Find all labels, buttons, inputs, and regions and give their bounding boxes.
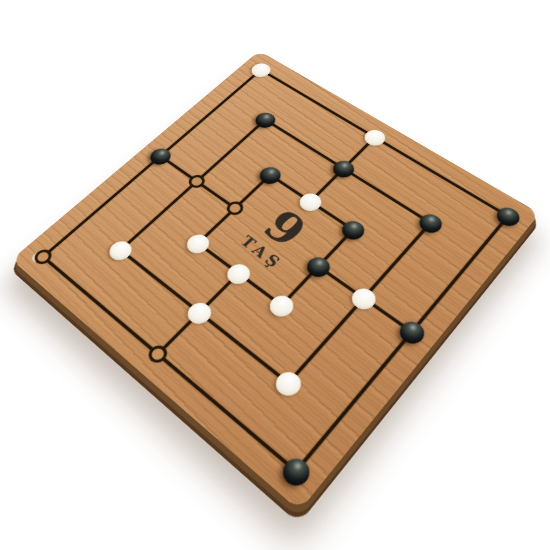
black-stone[interactable] <box>394 316 428 347</box>
black-stone[interactable] <box>337 216 368 242</box>
black-stone[interactable] <box>277 452 314 490</box>
white-stone[interactable] <box>295 189 325 214</box>
black-stone[interactable] <box>492 203 523 229</box>
white-stone[interactable] <box>247 60 274 79</box>
white-stone[interactable] <box>347 283 380 312</box>
point-a7[interactable] <box>227 46 293 94</box>
black-stone[interactable] <box>251 109 279 130</box>
black-stone[interactable] <box>328 157 357 180</box>
point-f2[interactable] <box>244 343 331 426</box>
morris-board: 9 TAŞ <box>11 50 539 510</box>
black-stone[interactable] <box>146 144 175 166</box>
white-stone[interactable] <box>270 366 305 399</box>
point-ring <box>223 198 246 217</box>
point-ring <box>185 172 208 190</box>
point-g1[interactable] <box>249 425 342 519</box>
board-grid <box>4 46 546 519</box>
point-f6[interactable] <box>391 191 468 255</box>
white-stone[interactable] <box>182 230 213 256</box>
photo-canvas: 9 TAŞ <box>0 0 550 550</box>
white-stone[interactable] <box>105 237 136 263</box>
black-stone[interactable] <box>255 163 284 186</box>
white-stone[interactable] <box>182 298 215 327</box>
point-a1[interactable] <box>4 224 81 290</box>
point-b2[interactable] <box>81 218 158 284</box>
point-ring <box>31 246 55 266</box>
point-ring <box>144 342 170 366</box>
black-stone[interactable] <box>302 252 334 279</box>
point-g7[interactable] <box>469 185 546 249</box>
point-b6[interactable] <box>230 94 300 146</box>
white-stone[interactable] <box>360 126 389 148</box>
black-stone[interactable] <box>414 210 445 236</box>
white-stone[interactable] <box>222 259 254 287</box>
white-stone[interactable] <box>265 290 298 319</box>
